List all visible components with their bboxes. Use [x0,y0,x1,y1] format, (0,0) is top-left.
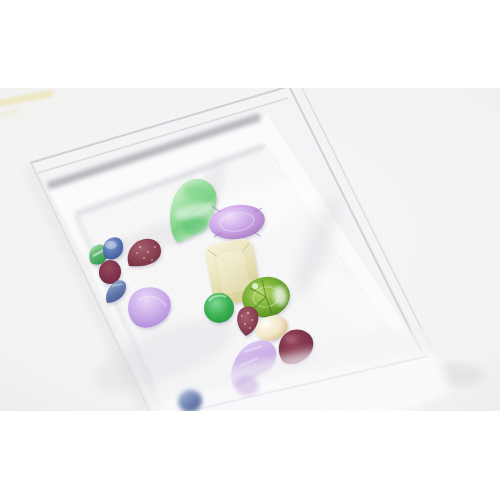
photo [0,88,500,411]
photo-canvas [0,0,500,500]
photo-svg [0,88,500,411]
gem-amethyst-pear-tip-haze [235,376,259,396]
gem-jade-round [204,293,234,323]
